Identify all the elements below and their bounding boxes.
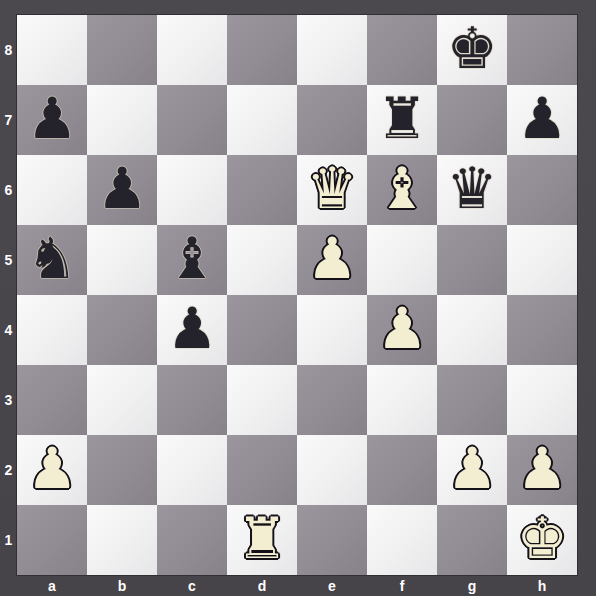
square-e1[interactable] <box>297 505 367 575</box>
square-f8[interactable] <box>367 15 437 85</box>
square-h8[interactable] <box>507 15 577 85</box>
square-h6[interactable] <box>507 155 577 225</box>
square-b4[interactable] <box>87 295 157 365</box>
square-f4[interactable]: ♟ <box>367 295 437 365</box>
file-label-c: c <box>157 575 227 596</box>
white-pawn-g2[interactable]: ♟ <box>446 433 497 503</box>
square-f3[interactable] <box>367 365 437 435</box>
square-d7[interactable] <box>227 85 297 155</box>
rank-label-1: 1 <box>0 505 17 575</box>
square-c1[interactable] <box>157 505 227 575</box>
white-pawn-f4[interactable]: ♟ <box>376 293 427 363</box>
square-f2[interactable] <box>367 435 437 505</box>
square-d8[interactable] <box>227 15 297 85</box>
square-g3[interactable] <box>437 365 507 435</box>
square-e3[interactable] <box>297 365 367 435</box>
square-f7[interactable]: ♜ <box>367 85 437 155</box>
file-label-e: e <box>297 575 367 596</box>
square-d3[interactable] <box>227 365 297 435</box>
square-f5[interactable] <box>367 225 437 295</box>
black-knight-a5[interactable]: ♞ <box>26 223 77 293</box>
square-a8[interactable] <box>17 15 87 85</box>
white-pawn-e5[interactable]: ♟ <box>306 223 357 293</box>
square-d6[interactable] <box>227 155 297 225</box>
square-c6[interactable] <box>157 155 227 225</box>
square-g6[interactable]: ♛ <box>437 155 507 225</box>
square-a6[interactable] <box>17 155 87 225</box>
square-c5[interactable]: ♝ <box>157 225 227 295</box>
black-queen-g6[interactable]: ♛ <box>446 153 497 223</box>
square-a2[interactable]: ♟ <box>17 435 87 505</box>
rank-label-8: 8 <box>0 15 17 85</box>
square-d1[interactable]: ♜ <box>227 505 297 575</box>
square-h4[interactable] <box>507 295 577 365</box>
black-pawn-c4[interactable]: ♟ <box>166 293 217 363</box>
square-d2[interactable] <box>227 435 297 505</box>
white-rook-d1[interactable]: ♜ <box>236 503 287 573</box>
square-e7[interactable] <box>297 85 367 155</box>
file-label-b: b <box>87 575 157 596</box>
square-d4[interactable] <box>227 295 297 365</box>
file-label-g: g <box>437 575 507 596</box>
black-pawn-b6[interactable]: ♟ <box>96 153 147 223</box>
square-h7[interactable]: ♟ <box>507 85 577 155</box>
square-a5[interactable]: ♞ <box>17 225 87 295</box>
square-b6[interactable]: ♟ <box>87 155 157 225</box>
file-label-a: a <box>17 575 87 596</box>
black-pawn-a7[interactable]: ♟ <box>26 83 77 153</box>
rank-label-6: 6 <box>0 155 17 225</box>
file-label-h: h <box>507 575 577 596</box>
square-f1[interactable] <box>367 505 437 575</box>
square-c7[interactable] <box>157 85 227 155</box>
file-label-f: f <box>367 575 437 596</box>
square-h1[interactable]: ♚ <box>507 505 577 575</box>
square-c4[interactable]: ♟ <box>157 295 227 365</box>
square-g5[interactable] <box>437 225 507 295</box>
white-king-h1[interactable]: ♚ <box>516 503 567 573</box>
square-a3[interactable] <box>17 365 87 435</box>
square-b2[interactable] <box>87 435 157 505</box>
square-f6[interactable]: ♝ <box>367 155 437 225</box>
white-pawn-a2[interactable]: ♟ <box>26 433 77 503</box>
rank-label-4: 4 <box>0 295 17 365</box>
square-b3[interactable] <box>87 365 157 435</box>
rank-labels: 87654321 <box>0 15 17 575</box>
black-pawn-h7[interactable]: ♟ <box>516 83 567 153</box>
square-g7[interactable] <box>437 85 507 155</box>
square-g8[interactable]: ♚ <box>437 15 507 85</box>
rank-label-3: 3 <box>0 365 17 435</box>
square-g1[interactable] <box>437 505 507 575</box>
square-a1[interactable] <box>17 505 87 575</box>
file-labels: abcdefgh <box>17 575 577 596</box>
white-bishop-f6[interactable]: ♝ <box>376 153 427 223</box>
chess-board-frame: 87654321 ♚♟♜♟♟♛♝♛♞♝♟♟♟♟♟♟♜♚ abcdefgh <box>0 0 596 596</box>
square-e2[interactable] <box>297 435 367 505</box>
square-a7[interactable]: ♟ <box>17 85 87 155</box>
file-label-d: d <box>227 575 297 596</box>
square-c3[interactable] <box>157 365 227 435</box>
white-pawn-h2[interactable]: ♟ <box>516 433 567 503</box>
square-e5[interactable]: ♟ <box>297 225 367 295</box>
square-g4[interactable] <box>437 295 507 365</box>
square-b7[interactable] <box>87 85 157 155</box>
square-d5[interactable] <box>227 225 297 295</box>
square-b1[interactable] <box>87 505 157 575</box>
rank-label-5: 5 <box>0 225 17 295</box>
square-h3[interactable] <box>507 365 577 435</box>
black-bishop-c5[interactable]: ♝ <box>166 223 217 293</box>
square-a4[interactable] <box>17 295 87 365</box>
square-b5[interactable] <box>87 225 157 295</box>
square-h5[interactable] <box>507 225 577 295</box>
rank-label-7: 7 <box>0 85 17 155</box>
white-queen-e6[interactable]: ♛ <box>306 153 357 223</box>
square-e6[interactable]: ♛ <box>297 155 367 225</box>
square-h2[interactable]: ♟ <box>507 435 577 505</box>
board: ♚♟♜♟♟♛♝♛♞♝♟♟♟♟♟♟♜♚ <box>17 15 577 575</box>
black-rook-f7[interactable]: ♜ <box>376 83 427 153</box>
square-e8[interactable] <box>297 15 367 85</box>
square-b8[interactable] <box>87 15 157 85</box>
square-g2[interactable]: ♟ <box>437 435 507 505</box>
square-c8[interactable] <box>157 15 227 85</box>
square-c2[interactable] <box>157 435 227 505</box>
black-king-g8[interactable]: ♚ <box>446 13 497 83</box>
square-e4[interactable] <box>297 295 367 365</box>
rank-label-2: 2 <box>0 435 17 505</box>
